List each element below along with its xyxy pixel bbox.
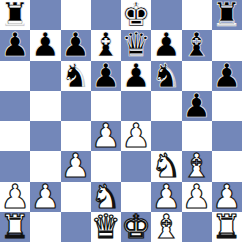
- black-pawn: ♟: [121, 61, 151, 91]
- square-a1[interactable]: ♜: [0, 212, 30, 242]
- square-c1[interactable]: [61, 212, 91, 242]
- black-pawn: ♟: [31, 30, 61, 60]
- square-g1[interactable]: [182, 212, 212, 242]
- black-pawn: ♟: [91, 61, 121, 91]
- white-king: ♚: [121, 212, 151, 242]
- square-b1[interactable]: [30, 212, 60, 242]
- white-rook: ♜: [0, 212, 30, 242]
- square-b2[interactable]: ♟: [30, 182, 60, 212]
- square-f5[interactable]: [151, 91, 181, 121]
- square-b5[interactable]: [30, 91, 60, 121]
- square-b4[interactable]: [30, 121, 60, 151]
- white-pawn: ♟: [182, 182, 212, 212]
- white-rook: ♜: [212, 212, 242, 242]
- chess-board: ♜♚♜♟♟♟♝♛♟♝♞♟♟♞♟♟♟♟♟♞♝♟♟♞♟♟♟♜♛♚♝♜: [0, 0, 242, 242]
- white-pawn: ♟: [31, 182, 61, 212]
- square-h4[interactable]: [212, 121, 242, 151]
- square-e4[interactable]: ♟: [121, 121, 151, 151]
- square-f6[interactable]: ♞: [151, 61, 181, 91]
- black-rook: ♜: [212, 0, 242, 30]
- square-g5[interactable]: ♟: [182, 91, 212, 121]
- white-pawn: ♟: [61, 151, 91, 181]
- square-h6[interactable]: ♟: [212, 61, 242, 91]
- square-a5[interactable]: [0, 91, 30, 121]
- square-h5[interactable]: [212, 91, 242, 121]
- black-knight: ♞: [61, 61, 91, 91]
- square-d1[interactable]: ♛: [91, 212, 121, 242]
- black-pawn: ♟: [182, 91, 212, 121]
- square-e3[interactable]: [121, 151, 151, 181]
- square-f1[interactable]: ♝: [151, 212, 181, 242]
- square-b6[interactable]: [30, 61, 60, 91]
- black-pawn: ♟: [212, 61, 242, 91]
- square-b7[interactable]: ♟: [30, 30, 60, 60]
- square-c5[interactable]: [61, 91, 91, 121]
- square-h1[interactable]: ♜: [212, 212, 242, 242]
- white-pawn: ♟: [121, 121, 151, 151]
- square-c3[interactable]: ♟: [61, 151, 91, 181]
- white-pawn: ♟: [91, 121, 121, 151]
- square-a7[interactable]: ♟: [0, 30, 30, 60]
- square-e1[interactable]: ♚: [121, 212, 151, 242]
- square-g2[interactable]: ♟: [182, 182, 212, 212]
- square-a4[interactable]: [0, 121, 30, 151]
- square-a6[interactable]: [0, 61, 30, 91]
- square-d6[interactable]: ♟: [91, 61, 121, 91]
- white-bishop: ♝: [152, 212, 182, 242]
- square-c2[interactable]: [61, 182, 91, 212]
- black-knight: ♞: [152, 61, 182, 91]
- black-pawn: ♟: [0, 30, 30, 60]
- square-h8[interactable]: ♜: [212, 0, 242, 30]
- white-queen: ♛: [91, 212, 121, 242]
- square-d4[interactable]: ♟: [91, 121, 121, 151]
- black-bishop: ♝: [182, 30, 212, 60]
- square-e6[interactable]: ♟: [121, 61, 151, 91]
- square-c6[interactable]: ♞: [61, 61, 91, 91]
- square-g7[interactable]: ♝: [182, 30, 212, 60]
